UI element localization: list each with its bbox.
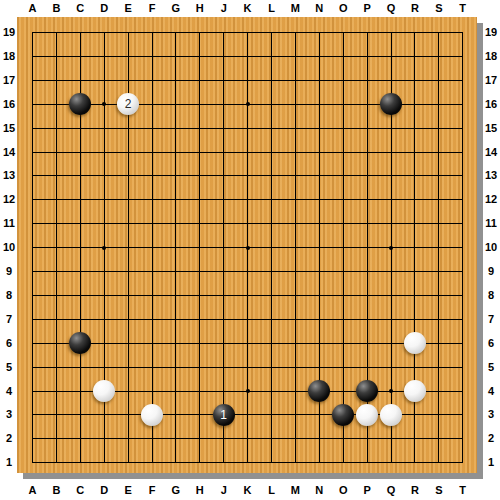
column-label-top-C: C bbox=[71, 0, 89, 17]
column-label-bottom-E: E bbox=[119, 482, 137, 499]
row-label-left-15: 15 bbox=[0, 120, 18, 137]
row-label-right-11: 11 bbox=[482, 215, 500, 232]
grid-line-horizontal bbox=[32, 295, 463, 296]
grid-line-horizontal bbox=[32, 367, 463, 368]
column-label-bottom-Q: Q bbox=[382, 482, 400, 499]
column-label-top-M: M bbox=[286, 0, 304, 17]
column-label-top-N: N bbox=[310, 0, 328, 17]
column-label-bottom-D: D bbox=[95, 482, 113, 499]
row-label-left-19: 19 bbox=[0, 24, 18, 41]
column-label-bottom-S: S bbox=[430, 482, 448, 499]
column-label-top-H: H bbox=[191, 0, 209, 17]
column-label-top-L: L bbox=[263, 0, 281, 17]
stone-black-P4[interactable] bbox=[356, 380, 378, 402]
row-label-right-16: 16 bbox=[482, 96, 500, 113]
grid-line-horizontal bbox=[32, 319, 463, 320]
column-label-top-T: T bbox=[454, 0, 472, 17]
move-number-label: 1 bbox=[220, 404, 227, 426]
column-label-top-G: G bbox=[167, 0, 185, 17]
row-label-right-12: 12 bbox=[482, 191, 500, 208]
row-label-right-2: 2 bbox=[482, 430, 500, 447]
column-label-bottom-T: T bbox=[454, 482, 472, 499]
row-label-left-4: 4 bbox=[0, 383, 18, 400]
column-label-bottom-C: C bbox=[71, 482, 89, 499]
stone-white-D4[interactable] bbox=[93, 380, 115, 402]
row-label-right-4: 4 bbox=[482, 383, 500, 400]
row-label-right-14: 14 bbox=[482, 144, 500, 161]
column-label-bottom-L: L bbox=[263, 482, 281, 499]
column-label-top-P: P bbox=[358, 0, 376, 17]
stone-white-P3[interactable] bbox=[356, 404, 378, 426]
column-label-bottom-M: M bbox=[286, 482, 304, 499]
row-label-left-1: 1 bbox=[0, 454, 18, 471]
column-label-top-J: J bbox=[215, 0, 233, 17]
column-label-top-A: A bbox=[24, 0, 42, 17]
go-board[interactable]: 12 bbox=[17, 17, 477, 473]
star-point-D16 bbox=[102, 102, 106, 106]
row-label-left-7: 7 bbox=[0, 311, 18, 328]
stone-white-R4[interactable] bbox=[404, 380, 426, 402]
stone-white-F3[interactable] bbox=[141, 404, 163, 426]
row-label-left-18: 18 bbox=[0, 48, 18, 65]
row-label-left-13: 13 bbox=[0, 167, 18, 184]
row-label-right-1: 1 bbox=[482, 454, 500, 471]
row-label-right-5: 5 bbox=[482, 359, 500, 376]
row-label-right-15: 15 bbox=[482, 120, 500, 137]
row-label-right-3: 3 bbox=[482, 406, 500, 423]
stone-black-C16[interactable] bbox=[69, 93, 91, 115]
row-label-left-10: 10 bbox=[0, 239, 18, 256]
row-label-right-7: 7 bbox=[482, 311, 500, 328]
column-label-bottom-G: G bbox=[167, 482, 185, 499]
column-label-top-E: E bbox=[119, 0, 137, 17]
column-label-bottom-J: J bbox=[215, 482, 233, 499]
column-label-bottom-F: F bbox=[143, 482, 161, 499]
stone-black-N4[interactable] bbox=[308, 380, 330, 402]
column-label-top-K: K bbox=[239, 0, 257, 17]
column-label-top-S: S bbox=[430, 0, 448, 17]
grid-line-vertical bbox=[295, 32, 296, 463]
star-point-Q10 bbox=[389, 246, 393, 250]
column-label-top-D: D bbox=[95, 0, 113, 17]
grid-line-horizontal bbox=[32, 462, 463, 463]
stone-black-C6[interactable] bbox=[69, 332, 91, 354]
star-point-K4 bbox=[246, 389, 250, 393]
star-point-K10 bbox=[246, 246, 250, 250]
stone-black-O3[interactable] bbox=[332, 404, 354, 426]
grid-line-horizontal bbox=[32, 271, 463, 272]
go-board-screen: 12 AABBCCDDEEFFGGHHJJKKLLMMNNOOPPQQRRSST… bbox=[0, 0, 500, 500]
row-label-right-6: 6 bbox=[482, 335, 500, 352]
row-label-left-17: 17 bbox=[0, 72, 18, 89]
star-point-Q4 bbox=[389, 389, 393, 393]
grid-line-vertical bbox=[438, 32, 439, 463]
row-label-right-13: 13 bbox=[482, 167, 500, 184]
star-point-K16 bbox=[246, 102, 250, 106]
row-label-right-10: 10 bbox=[482, 239, 500, 256]
column-label-bottom-H: H bbox=[191, 482, 209, 499]
row-label-left-8: 8 bbox=[0, 287, 18, 304]
row-label-left-12: 12 bbox=[0, 191, 18, 208]
row-label-left-16: 16 bbox=[0, 96, 18, 113]
grid-line-horizontal bbox=[32, 438, 463, 439]
column-label-top-O: O bbox=[334, 0, 352, 17]
grid-line-horizontal bbox=[32, 343, 463, 344]
stone-black-Q16[interactable] bbox=[380, 93, 402, 115]
move-number-label: 2 bbox=[125, 93, 132, 115]
row-label-right-19: 19 bbox=[482, 24, 500, 41]
row-label-left-5: 5 bbox=[0, 359, 18, 376]
stone-white-E16[interactable]: 2 bbox=[117, 93, 139, 115]
star-point-D10 bbox=[102, 246, 106, 250]
column-label-bottom-O: O bbox=[334, 482, 352, 499]
column-label-bottom-K: K bbox=[239, 482, 257, 499]
column-label-bottom-B: B bbox=[47, 482, 65, 499]
row-label-left-11: 11 bbox=[0, 215, 18, 232]
stone-white-R6[interactable] bbox=[404, 332, 426, 354]
row-label-left-3: 3 bbox=[0, 406, 18, 423]
row-label-left-9: 9 bbox=[0, 263, 18, 280]
row-label-left-2: 2 bbox=[0, 430, 18, 447]
column-label-top-B: B bbox=[47, 0, 65, 17]
grid-line-vertical bbox=[462, 32, 463, 463]
column-label-bottom-A: A bbox=[24, 482, 42, 499]
row-label-right-8: 8 bbox=[482, 287, 500, 304]
stone-white-Q3[interactable] bbox=[380, 404, 402, 426]
column-label-bottom-R: R bbox=[406, 482, 424, 499]
column-label-top-F: F bbox=[143, 0, 161, 17]
grid-line-vertical bbox=[271, 32, 272, 463]
column-label-top-Q: Q bbox=[382, 0, 400, 17]
column-label-bottom-N: N bbox=[310, 482, 328, 499]
column-label-bottom-P: P bbox=[358, 482, 376, 499]
row-label-right-17: 17 bbox=[482, 72, 500, 89]
row-label-left-14: 14 bbox=[0, 144, 18, 161]
stone-black-J3[interactable]: 1 bbox=[213, 404, 235, 426]
row-label-left-6: 6 bbox=[0, 335, 18, 352]
row-label-right-9: 9 bbox=[482, 263, 500, 280]
grid-line-vertical bbox=[343, 32, 344, 463]
row-label-right-18: 18 bbox=[482, 48, 500, 65]
column-label-top-R: R bbox=[406, 0, 424, 17]
